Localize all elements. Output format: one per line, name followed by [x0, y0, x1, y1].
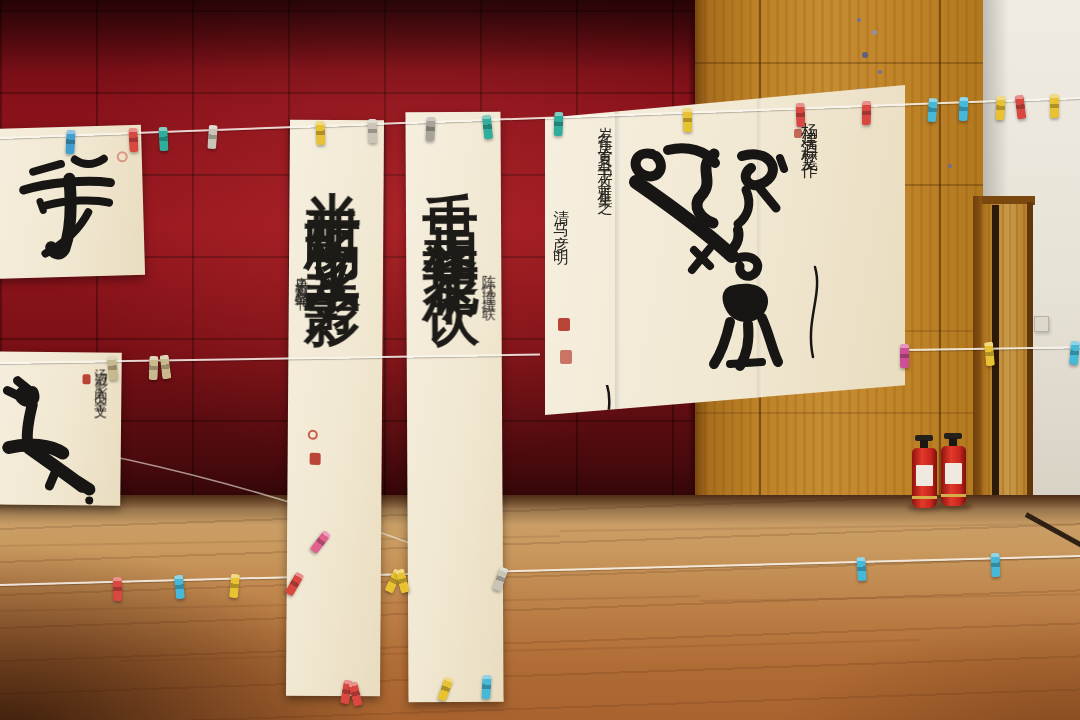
couplet-right-inscription: 陈忱谨撰联	[482, 264, 496, 304]
clothespin-yellow	[683, 107, 692, 131]
clothespin-cyan	[481, 675, 491, 699]
clothespin-blue	[65, 130, 75, 154]
couplet-left-inscription: 庚子初夏刘金铎书	[295, 266, 308, 290]
red-seal	[560, 350, 572, 364]
clothespin-clear	[149, 355, 159, 379]
side-column-text: 汤冠影入围金文	[94, 358, 107, 400]
clothespin-gray	[425, 117, 435, 141]
couplet-right-text: 千里相逢花下饮	[423, 146, 480, 265]
clothespin-silver	[207, 125, 218, 150]
clothespin-silver	[368, 119, 377, 143]
couplet-left-text: 半酣杨立水旁影	[305, 146, 362, 265]
clothespin-red	[113, 577, 122, 601]
couplet-left-scroll: 半酣杨立水旁影 庚子初夏刘金铎书	[286, 120, 384, 697]
clothespin-red	[128, 128, 138, 152]
clothespin-cyan	[174, 575, 185, 600]
red-seal	[558, 318, 570, 331]
red-seal	[82, 374, 90, 384]
clothespin-cyan	[991, 553, 1001, 577]
clothespin-cyan	[856, 557, 867, 582]
clothespin-yellow	[984, 342, 995, 367]
main-colophon: 岁在庚子夏月书于竹舍雅集之	[597, 115, 612, 193]
couplet-right-scroll: 千里相逢花下饮 陈忱谨撰联	[405, 112, 503, 702]
seal-stamp	[308, 430, 318, 440]
flourish-stroke	[797, 265, 827, 365]
calligraphy-sheet-main: 杨建酒标笺作 岁在庚子夏月书于竹舍雅集之 清马彦明	[545, 85, 905, 415]
clothespin-yellow	[995, 96, 1005, 120]
main-signature: 清马彦明	[553, 197, 569, 249]
clothespin-red	[862, 101, 871, 125]
clothespin-cyan	[959, 97, 969, 121]
clothespin-red	[796, 103, 806, 127]
clothespin-teal	[554, 112, 564, 136]
clothespin-teal	[158, 127, 168, 151]
red-seal	[310, 453, 321, 465]
big-cursive-character	[15, 149, 128, 270]
calligraphy-sheet-left-bottom: 汤冠影入围金文	[0, 351, 122, 505]
clothespin-yellow	[1050, 94, 1059, 118]
photo-calligraphy-exhibition: 汤冠影入围金文 半酣杨立水旁影 庚子初夏刘金铎书 千里相逢花下饮 陈忱谨撰联	[0, 0, 1080, 720]
clothespin-yellow	[316, 121, 326, 145]
bronze-script-glyph	[0, 373, 98, 506]
clothespin-magenta	[900, 344, 909, 368]
clothespin-cyan	[927, 98, 938, 123]
faint-seal	[117, 151, 128, 162]
